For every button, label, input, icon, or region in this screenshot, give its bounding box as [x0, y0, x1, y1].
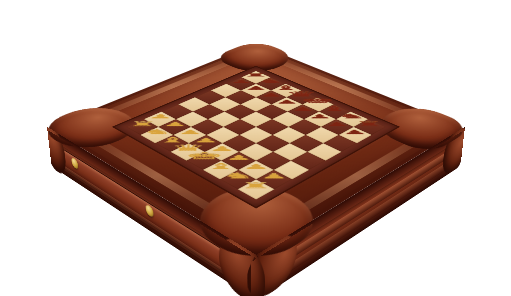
board-frame: ♜♞♝♛♚♝♞♜♟♟♟♟♟♟♟♟♟♟♟♟♟♟♟♟♜♞♝♛♚♝♞♜ [114, 67, 397, 207]
piece-white-bishop-f1[interactable]: ♝ [195, 161, 245, 169]
chess-set-scene: ♜♞♝♛♚♝♞♜♟♟♟♟♟♟♟♟♟♟♟♟♟♟♟♟♜♞♝♛♚♝♞♜ [0, 0, 511, 296]
square-h1[interactable]: ♜ [237, 179, 274, 199]
chess-case-top: ♜♞♝♛♚♝♞♜♟♟♟♟♟♟♟♟♟♟♟♟♟♟♟♟♜♞♝♛♚♝♞♜ [48, 44, 464, 255]
piece-white-knight-b1[interactable]: ♞ [133, 128, 181, 135]
piece-white-king-e1[interactable]: ♚ [179, 151, 229, 161]
perspective-scene: ♜♞♝♛♚♝♞♜♟♟♟♟♟♟♟♟♟♟♟♟♟♟♟♟♜♞♝♛♚♝♞♜ [0, 0, 511, 296]
piece-white-rook-h1[interactable]: ♜ [230, 181, 282, 189]
piece-white-knight-g1[interactable]: ♞ [212, 171, 263, 179]
piece-white-rook-a1[interactable]: ♜ [119, 120, 166, 127]
